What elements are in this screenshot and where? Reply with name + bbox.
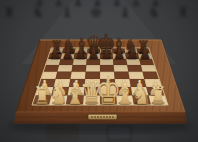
piece-black-pawn-e7[interactable]: ♟ <box>100 44 112 64</box>
scene: ♟ ♟ ♟ ♟ ♟ ♟ ♟ ♜ ♞ ♝ ♚ ♝ ♞ ♜ ♜♞♝♛♚♝♞♜♟♟♟♟… <box>0 0 198 142</box>
piece-white-rook-h1[interactable]: ♜ <box>149 81 166 110</box>
piece-black-pawn-c7[interactable]: ♟ <box>75 44 87 64</box>
piece-black-pawn-h7[interactable]: ♟ <box>139 44 151 64</box>
chess-board: ♜♞♝♛♚♝♞♜♟♟♟♟♟♟♟♟♟♟♟♟♟♟♟♟♜♞♝♛♚♝♞♜ <box>0 0 198 142</box>
brand-plaque <box>88 114 117 120</box>
piece-black-pawn-d7[interactable]: ♟ <box>88 44 100 64</box>
piece-black-pawn-a7[interactable]: ♟ <box>49 44 61 64</box>
piece-black-pawn-f7[interactable]: ♟ <box>113 44 125 64</box>
piece-black-pawn-b7[interactable]: ♟ <box>62 44 74 64</box>
piece-white-knight-g1[interactable]: ♞ <box>132 78 152 110</box>
piece-black-pawn-g7[interactable]: ♟ <box>126 44 138 64</box>
board-svg: ♜♞♝♛♚♝♞♜♟♟♟♟♟♟♟♟♟♟♟♟♟♟♟♟♜♞♝♛♚♝♞♜ <box>0 0 198 142</box>
